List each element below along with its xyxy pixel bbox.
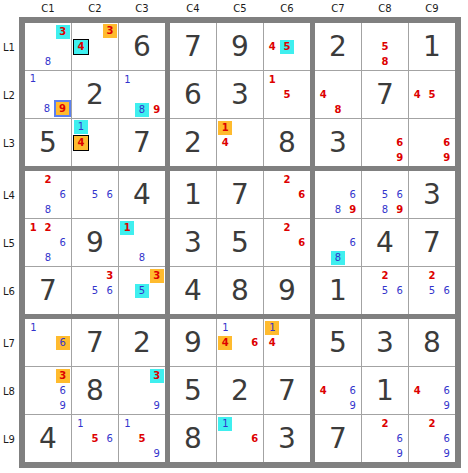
- row-label-L8: L8: [3, 386, 15, 397]
- cell-L2C2[interactable]: 2: [72, 71, 118, 118]
- candidate-9-L8C1[interactable]: 9: [56, 399, 70, 413]
- candidate-6-L3C8[interactable]: 6: [393, 136, 407, 150]
- cell-L2C7[interactable]: 48: [315, 71, 361, 118]
- candidate-5-L6C8[interactable]: 5: [378, 284, 392, 298]
- cell-L4C4[interactable]: 1: [170, 171, 216, 218]
- solved-digit: 4: [184, 277, 202, 305]
- candidate-6-L7C1[interactable]: 6: [56, 336, 70, 350]
- candidate-2-L6C8[interactable]: 2: [378, 269, 392, 283]
- candidate-3-L8C3[interactable]: 3: [150, 369, 164, 383]
- cell-L6C5[interactable]: 8: [217, 267, 263, 314]
- cell-L5C4[interactable]: 3: [170, 219, 216, 266]
- solved-digit: 9: [278, 277, 296, 305]
- candidate-6-L9C8[interactable]: 6: [393, 432, 407, 446]
- cell-L3C2[interactable]: 14: [72, 119, 118, 166]
- candidate-4-L2C7[interactable]: 4: [316, 88, 330, 102]
- candidate-2-L9C8[interactable]: 2: [378, 417, 392, 431]
- solved-digit: 2: [329, 33, 347, 61]
- candidate-8-L2C1[interactable]: 8: [40, 102, 54, 116]
- row-label-L2: L2: [3, 90, 15, 101]
- cell-L9C8[interactable]: 269: [362, 415, 408, 462]
- cell-L5C5[interactable]: 5: [217, 219, 263, 266]
- candidate-1-L2C1[interactable]: 1: [26, 72, 40, 86]
- candidate-5-L9C3[interactable]: 5: [135, 432, 149, 446]
- candidate-6-L4C8[interactable]: 6: [393, 188, 407, 202]
- row-label-L5: L5: [3, 238, 15, 249]
- solved-digit: 8: [231, 277, 249, 305]
- solved-digit: 7: [133, 129, 151, 157]
- cell-L3C4[interactable]: 2: [170, 119, 216, 166]
- box-3-1: 16723698394156159: [25, 319, 165, 462]
- candidate-4-L7C6[interactable]: 4: [265, 336, 279, 350]
- cell-L8C6[interactable]: 7: [264, 367, 310, 414]
- solved-digit: 3: [376, 329, 394, 357]
- column-label-C1: C1: [41, 3, 54, 14]
- solved-digit: 7: [329, 425, 347, 453]
- cell-L2C3[interactable]: 189: [119, 71, 165, 118]
- candidate-9-L8C9[interactable]: 9: [440, 399, 454, 413]
- cell-L7C2[interactable]: 7: [72, 319, 118, 366]
- candidate-6-L5C7[interactable]: 6: [346, 236, 360, 250]
- candidate-1-L5C3[interactable]: 1: [120, 221, 134, 235]
- solved-digit: 1: [184, 181, 202, 209]
- cell-L7C3[interactable]: 2: [119, 319, 165, 366]
- solved-digit: 8: [86, 377, 104, 405]
- cell-L1C3[interactable]: 6: [119, 23, 165, 70]
- solved-digit: 6: [184, 81, 202, 109]
- cell-L9C5[interactable]: 16: [217, 415, 263, 462]
- cell-L2C1[interactable]: 189: [25, 71, 71, 118]
- row-label-L4: L4: [3, 190, 15, 201]
- cell-L7C1[interactable]: 16: [25, 319, 71, 366]
- candidate-8-L2C7[interactable]: 8: [331, 103, 345, 117]
- solved-digit: 8: [184, 425, 202, 453]
- cell-L6C4[interactable]: 4: [170, 267, 216, 314]
- candidate-2-L9C9[interactable]: 2: [425, 417, 439, 431]
- cell-L1C4[interactable]: 7: [170, 23, 216, 70]
- candidate-4-L8C9[interactable]: 4: [410, 384, 424, 398]
- box-1-3: 25814874536969: [315, 23, 455, 166]
- candidate-9-L2C1[interactable]: 9: [54, 100, 71, 117]
- candidate-1-L9C3[interactable]: 1: [120, 417, 134, 431]
- candidate-6-L8C9[interactable]: 6: [440, 384, 454, 398]
- candidate-1-L3C5[interactable]: 1: [218, 121, 232, 135]
- candidate-4-L7C5[interactable]: 4: [218, 336, 232, 350]
- candidate-4-L8C7[interactable]: 4: [316, 384, 330, 398]
- candidate-1-L2C3[interactable]: 1: [120, 73, 134, 87]
- cell-L5C9[interactable]: 7: [409, 219, 455, 266]
- cell-L4C6[interactable]: 26: [264, 171, 310, 218]
- candidate-2-L6C9[interactable]: 2: [425, 269, 439, 283]
- candidate-9-L3C8[interactable]: 9: [393, 151, 407, 165]
- candidate-8-L5C1[interactable]: 8: [41, 251, 55, 265]
- box-3-2: 9146145278163: [170, 319, 310, 462]
- candidate-4-L1C2[interactable]: 4: [73, 39, 89, 55]
- candidate-6-L5C6[interactable]: 6: [295, 236, 309, 250]
- candidate-5-L1C8[interactable]: 5: [378, 40, 392, 54]
- candidate-1-L9C2[interactable]: 1: [73, 417, 87, 431]
- cell-L6C1[interactable]: 7: [25, 267, 71, 314]
- solved-digit: 7: [231, 181, 249, 209]
- candidate-8-L4C1[interactable]: 8: [41, 203, 55, 217]
- solved-digit: 6: [133, 33, 151, 61]
- cell-L1C2[interactable]: 34: [72, 23, 118, 70]
- solved-digit: 9: [231, 33, 249, 61]
- candidate-9-L9C8[interactable]: 9: [393, 447, 407, 461]
- candidate-6-L8C1[interactable]: 6: [56, 384, 70, 398]
- cell-L8C4[interactable]: 5: [170, 367, 216, 414]
- candidate-5-L2C9[interactable]: 5: [425, 88, 439, 102]
- candidate-2-L5C1[interactable]: 2: [41, 221, 55, 235]
- candidate-6-L4C6[interactable]: 6: [295, 188, 309, 202]
- solved-digit: 2: [86, 81, 104, 109]
- candidate-8-L1C1[interactable]: 8: [41, 55, 55, 69]
- column-label-C8: C8: [378, 3, 391, 14]
- candidate-4-L3C5[interactable]: 4: [218, 136, 232, 150]
- cell-L3C1[interactable]: 5: [25, 119, 71, 166]
- cell-L8C1[interactable]: 369: [25, 367, 71, 414]
- cell-L8C2[interactable]: 8: [72, 367, 118, 414]
- sudoku-board: 3834618921895147794563152148258148745369…: [19, 17, 461, 468]
- solved-digit: 9: [86, 229, 104, 257]
- cell-L2C9[interactable]: 45: [409, 71, 455, 118]
- cell-L8C8[interactable]: 1: [362, 367, 408, 414]
- candidate-3-L1C1[interactable]: 3: [56, 25, 70, 39]
- column-label-C9: C9: [425, 3, 438, 14]
- candidate-9-L9C9[interactable]: 9: [440, 447, 454, 461]
- box-2-3: 6895689368471256256: [315, 171, 455, 314]
- cell-L9C4[interactable]: 8: [170, 415, 216, 462]
- cell-L4C3[interactable]: 4: [119, 171, 165, 218]
- candidate-8-L1C8[interactable]: 8: [378, 55, 392, 69]
- cell-L3C5[interactable]: 14: [217, 119, 263, 166]
- cell-L9C7[interactable]: 7: [315, 415, 361, 462]
- column-label-C6: C6: [280, 3, 293, 14]
- candidate-6-L6C8[interactable]: 6: [393, 284, 407, 298]
- cell-L8C3[interactable]: 39: [119, 367, 165, 414]
- cell-L5C1[interactable]: 1268: [25, 219, 71, 266]
- candidate-5-L6C3[interactable]: 5: [135, 284, 149, 298]
- candidate-1-L3C2[interactable]: 1: [74, 120, 88, 134]
- cell-L1C7[interactable]: 2: [315, 23, 361, 70]
- solved-digit: 1: [376, 377, 394, 405]
- candidate-5-L1C6[interactable]: 5: [280, 40, 294, 54]
- cell-L4C9[interactable]: 3: [409, 171, 455, 218]
- cell-L4C7[interactable]: 689: [315, 171, 361, 218]
- row-label-L6: L6: [3, 286, 15, 297]
- candidate-1-L9C5[interactable]: 1: [218, 417, 232, 431]
- cell-L1C5[interactable]: 9: [217, 23, 263, 70]
- candidate-8-L4C8[interactable]: 8: [378, 203, 392, 217]
- solved-digit: 3: [329, 129, 347, 157]
- candidate-6-L4C1[interactable]: 6: [56, 188, 70, 202]
- cell-L2C8[interactable]: 7: [362, 71, 408, 118]
- solved-digit: 7: [278, 377, 296, 405]
- cell-L9C2[interactable]: 156: [72, 415, 118, 462]
- candidate-5-L6C9[interactable]: 5: [425, 284, 439, 298]
- column-label-C5: C5: [233, 3, 246, 14]
- candidate-8-L5C3[interactable]: 8: [135, 251, 149, 265]
- cell-L1C6[interactable]: 45: [264, 23, 310, 70]
- candidate-8-L4C7[interactable]: 8: [331, 203, 345, 217]
- cell-L9C6[interactable]: 3: [264, 415, 310, 462]
- cell-L6C7[interactable]: 1: [315, 267, 361, 314]
- cell-L9C1[interactable]: 4: [25, 415, 71, 462]
- candidate-9-L4C7[interactable]: 9: [346, 203, 360, 217]
- solved-digit: 7: [86, 329, 104, 357]
- cell-L4C1[interactable]: 268: [25, 171, 71, 218]
- candidate-6-L4C2[interactable]: 6: [103, 188, 117, 202]
- candidate-5-L2C6[interactable]: 5: [280, 88, 294, 102]
- row-label-L1: L1: [3, 42, 15, 53]
- candidate-6-L9C5[interactable]: 6: [248, 432, 262, 446]
- box-2-1: 2685641268918735635: [25, 171, 165, 314]
- cell-L5C6[interactable]: 26: [264, 219, 310, 266]
- column-label-C7: C7: [331, 3, 344, 14]
- cell-L8C5[interactable]: 2: [217, 367, 263, 414]
- cell-L6C2[interactable]: 356: [72, 267, 118, 314]
- solved-digit: 1: [329, 277, 347, 305]
- cell-L7C4[interactable]: 9: [170, 319, 216, 366]
- candidate-9-L8C7[interactable]: 9: [346, 399, 360, 413]
- solved-digit: 5: [329, 329, 347, 357]
- candidate-3-L8C1[interactable]: 3: [56, 369, 70, 383]
- candidate-9-L4C8[interactable]: 9: [393, 203, 407, 217]
- column-label-C4: C4: [186, 3, 199, 14]
- solved-digit: 3: [423, 181, 441, 209]
- solved-digit: 7: [423, 229, 441, 257]
- candidate-5-L9C2[interactable]: 5: [88, 432, 102, 446]
- solved-digit: 2: [133, 329, 151, 357]
- cell-L5C7[interactable]: 68: [315, 219, 361, 266]
- solved-digit: 9: [184, 329, 202, 357]
- cell-L2C5[interactable]: 3: [217, 71, 263, 118]
- candidate-1-L7C1[interactable]: 1: [26, 321, 40, 335]
- candidate-5-L4C2[interactable]: 5: [88, 188, 102, 202]
- candidate-6-L5C1[interactable]: 6: [56, 236, 70, 250]
- cell-L2C4[interactable]: 6: [170, 71, 216, 118]
- cell-L5C8[interactable]: 4: [362, 219, 408, 266]
- candidate-6-L3C9[interactable]: 6: [440, 136, 454, 150]
- cell-L6C8[interactable]: 256: [362, 267, 408, 314]
- box-1-2: 794563152148: [170, 23, 310, 166]
- candidate-8-L5C7[interactable]: 8: [331, 251, 345, 265]
- candidate-6-L7C5[interactable]: 6: [248, 336, 262, 350]
- cell-L8C9[interactable]: 469: [409, 367, 455, 414]
- candidate-8-L2C3[interactable]: 8: [135, 103, 149, 117]
- solved-digit: 3: [184, 229, 202, 257]
- cell-L1C9[interactable]: 1: [409, 23, 455, 70]
- cell-L7C9[interactable]: 8: [409, 319, 455, 366]
- cell-L3C6[interactable]: 8: [264, 119, 310, 166]
- candidate-6-L9C2[interactable]: 6: [103, 432, 117, 446]
- cell-L3C9[interactable]: 69: [409, 119, 455, 166]
- solved-digit: 3: [278, 425, 296, 453]
- cell-L4C5[interactable]: 7: [217, 171, 263, 218]
- solved-digit: 3: [231, 81, 249, 109]
- candidate-4-L3C2[interactable]: 4: [73, 135, 89, 151]
- candidate-6-L4C7[interactable]: 6: [346, 188, 360, 202]
- solved-digit: 7: [39, 277, 57, 305]
- sudoku-app: { "game": "sudoku", "position": "0067902…: [0, 0, 468, 473]
- solved-digit: 8: [423, 329, 441, 357]
- candidate-6-L9C9[interactable]: 6: [440, 432, 454, 446]
- cell-L5C2[interactable]: 9: [72, 219, 118, 266]
- candidate-6-L6C2[interactable]: 6: [103, 284, 117, 298]
- candidate-9-L9C3[interactable]: 9: [150, 447, 164, 461]
- solved-digit: 5: [184, 377, 202, 405]
- cell-L2C6[interactable]: 15: [264, 71, 310, 118]
- column-label-C2: C2: [88, 3, 101, 14]
- cell-L3C8[interactable]: 69: [362, 119, 408, 166]
- solved-digit: 2: [184, 129, 202, 157]
- cell-L1C1[interactable]: 38: [25, 23, 71, 70]
- candidate-9-L8C3[interactable]: 9: [150, 399, 164, 413]
- cell-L7C7[interactable]: 5: [315, 319, 361, 366]
- cell-L7C6[interactable]: 14: [264, 319, 310, 366]
- solved-digit: 4: [133, 181, 151, 209]
- column-label-C3: C3: [135, 3, 148, 14]
- solved-digit: 4: [39, 425, 57, 453]
- cell-L3C3[interactable]: 7: [119, 119, 165, 166]
- candidate-9-L3C9[interactable]: 9: [440, 151, 454, 165]
- candidate-5-L4C8[interactable]: 5: [378, 188, 392, 202]
- cell-L6C6[interactable]: 9: [264, 267, 310, 314]
- cell-L4C8[interactable]: 5689: [362, 171, 408, 218]
- candidate-9-L2C3[interactable]: 9: [150, 103, 164, 117]
- row-label-L3: L3: [3, 138, 15, 149]
- candidate-2-L5C6[interactable]: 2: [280, 221, 294, 235]
- candidate-1-L5C1[interactable]: 1: [26, 221, 40, 235]
- row-label-L7: L7: [3, 338, 15, 349]
- cell-L7C5[interactable]: 146: [217, 319, 263, 366]
- solved-digit: 8: [278, 129, 296, 157]
- cell-L6C3[interactable]: 35: [119, 267, 165, 314]
- cell-L9C3[interactable]: 159: [119, 415, 165, 462]
- candidate-6-L8C7[interactable]: 6: [346, 384, 360, 398]
- solved-digit: 4: [376, 229, 394, 257]
- candidate-4-L2C9[interactable]: 4: [410, 88, 424, 102]
- candidate-4-L1C6[interactable]: 4: [265, 40, 279, 54]
- cell-L3C7[interactable]: 3: [315, 119, 361, 166]
- candidate-1-L7C5[interactable]: 1: [218, 321, 232, 335]
- candidate-5-L6C2[interactable]: 5: [88, 284, 102, 298]
- solved-digit: 7: [376, 81, 394, 109]
- solved-digit: 7: [184, 33, 202, 61]
- candidate-3-L6C2[interactable]: 3: [103, 269, 117, 283]
- box-2-2: 17263526489: [170, 171, 310, 314]
- candidate-6-L6C9[interactable]: 6: [440, 284, 454, 298]
- cell-L6C9[interactable]: 256: [409, 267, 455, 314]
- candidate-2-L4C6[interactable]: 2: [280, 173, 294, 187]
- box-1-1: 3834618921895147: [25, 23, 165, 166]
- cell-L4C2[interactable]: 56: [72, 171, 118, 218]
- solved-digit: 2: [231, 377, 249, 405]
- candidate-3-L6C3[interactable]: 3: [150, 269, 164, 283]
- box-3-3: 53846914697269269: [315, 319, 455, 462]
- cell-L9C9[interactable]: 269: [409, 415, 455, 462]
- solved-digit: 5: [39, 129, 57, 157]
- candidate-1-L7C6[interactable]: 1: [265, 321, 279, 335]
- solved-digit: 1: [423, 33, 441, 61]
- solved-digit: 5: [231, 229, 249, 257]
- row-label-L9: L9: [3, 434, 15, 445]
- cell-L7C8[interactable]: 3: [362, 319, 408, 366]
- cell-L8C7[interactable]: 469: [315, 367, 361, 414]
- candidate-1-L2C6[interactable]: 1: [265, 73, 279, 87]
- cell-L5C3[interactable]: 18: [119, 219, 165, 266]
- candidate-3-L1C2[interactable]: 3: [103, 24, 117, 38]
- candidate-2-L4C1[interactable]: 2: [41, 173, 55, 187]
- cell-L1C8[interactable]: 58: [362, 23, 408, 70]
